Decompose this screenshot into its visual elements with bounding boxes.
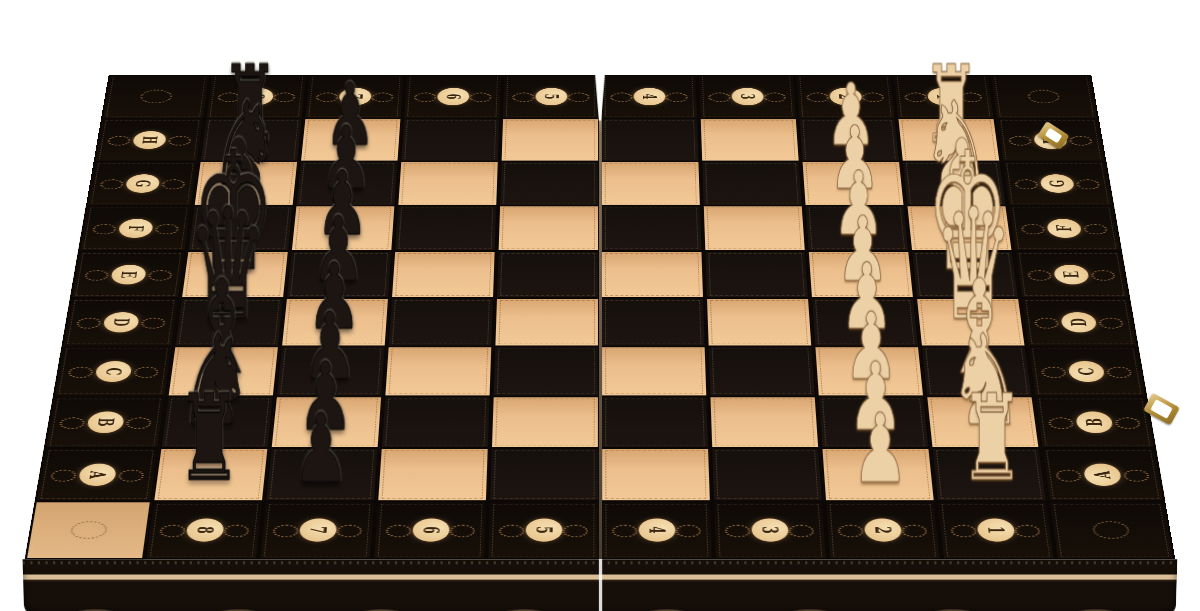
frame-cell-right: G bbox=[1001, 161, 1114, 205]
scroll-ornament-icon bbox=[675, 525, 701, 538]
frame-cell-top: 7 bbox=[303, 75, 405, 119]
scroll-ornament-icon bbox=[861, 93, 884, 103]
scroll-ornament-icon bbox=[1098, 317, 1124, 328]
scroll-ornament-icon bbox=[371, 93, 394, 103]
square-a2: ♟ bbox=[820, 448, 936, 501]
scroll-ornament-icon bbox=[562, 525, 588, 538]
frame-cell-right: E bbox=[1014, 251, 1130, 298]
frame-corner-top-left bbox=[101, 75, 211, 119]
box-front-seam bbox=[599, 559, 602, 611]
scroll-ornament-icon bbox=[449, 525, 475, 538]
scroll-ornament-icon bbox=[99, 179, 124, 189]
square-b3 bbox=[708, 396, 820, 448]
scroll-ornament-icon bbox=[1083, 224, 1108, 234]
square-a7: ♟ bbox=[264, 448, 380, 501]
rank-label-top-5: 5 bbox=[535, 88, 567, 105]
rank-label-top-7: 7 bbox=[338, 88, 371, 105]
square-c7: ♟ bbox=[275, 346, 387, 396]
scroll-ornament-icon bbox=[272, 93, 295, 103]
scroll-ornament-icon bbox=[336, 525, 363, 538]
rank-label-bottom-5: 5 bbox=[525, 518, 562, 541]
file-label-right-b: B bbox=[1075, 411, 1114, 433]
square-c3 bbox=[707, 346, 817, 396]
square-a6 bbox=[376, 448, 490, 501]
rank-label-top-1: 1 bbox=[926, 88, 960, 105]
frame-cell-left: E bbox=[70, 251, 186, 298]
frame-corner-bottom-left bbox=[25, 501, 152, 559]
file-label-right-g: G bbox=[1039, 174, 1075, 193]
square-a1: ♜ bbox=[930, 448, 1047, 501]
scroll-ornament-icon bbox=[1034, 317, 1060, 328]
scroll-ornament-icon bbox=[1014, 179, 1039, 189]
square-h8: ♜ bbox=[199, 119, 304, 162]
scroll-ornament-icon bbox=[76, 317, 102, 328]
square-h1: ♜ bbox=[897, 119, 1002, 162]
rank-label-bottom-3: 3 bbox=[751, 518, 789, 541]
frame-corner-top-right bbox=[989, 75, 1099, 119]
frame-cell-top: 8 bbox=[205, 75, 308, 119]
scroll-ornament-icon bbox=[217, 93, 241, 103]
frame-cell-left: D bbox=[62, 298, 180, 346]
scroll-ornament-icon bbox=[1076, 179, 1101, 189]
rank-label-bottom-7: 7 bbox=[298, 518, 337, 541]
scroll-ornament-icon bbox=[512, 93, 535, 103]
square-a8: ♜ bbox=[152, 448, 269, 501]
square-f5 bbox=[497, 206, 600, 252]
square-d7: ♟ bbox=[280, 298, 390, 346]
square-d8: ♛ bbox=[173, 298, 285, 346]
scroll-ornament-icon bbox=[107, 136, 131, 146]
square-c4 bbox=[600, 346, 708, 396]
scroll-ornament-icon bbox=[1041, 366, 1067, 377]
frame-cell-left: C bbox=[53, 346, 173, 396]
scroll-ornament-icon bbox=[1008, 136, 1032, 146]
piece-black-pawn-b7: ♟ bbox=[297, 350, 353, 444]
square-a5 bbox=[488, 448, 600, 501]
scroll-ornament-icon bbox=[665, 93, 688, 103]
file-label-left-g: G bbox=[125, 174, 161, 193]
piece-white-pawn-b2: ♟ bbox=[847, 350, 903, 444]
square-c2: ♟ bbox=[813, 346, 925, 396]
scroll-ornament-icon bbox=[567, 93, 589, 103]
file-label-right-f: F bbox=[1046, 219, 1082, 238]
scroll-ornament-icon bbox=[1106, 366, 1132, 377]
frame-cell-left: B bbox=[44, 396, 166, 448]
frame-cell-left: F bbox=[78, 206, 193, 252]
photo-scene: 87654321H♜♟♟♜HG♞♟♟♞GF♝♟♟♝FE♚♟♟♚ED♛♟♟♛DC♝… bbox=[0, 0, 1200, 611]
square-h4 bbox=[600, 119, 700, 162]
square-d4 bbox=[600, 298, 707, 346]
file-label-right-e: E bbox=[1053, 265, 1090, 285]
scroll-ornament-icon bbox=[140, 317, 166, 328]
scroll-ornament-icon bbox=[725, 525, 751, 538]
square-e8: ♚ bbox=[180, 251, 290, 298]
frame-cell-bottom: 2 bbox=[824, 501, 942, 559]
square-h6 bbox=[399, 119, 501, 162]
square-d5 bbox=[493, 298, 600, 346]
scroll-ornament-icon bbox=[950, 525, 977, 538]
scroll-ornament-icon bbox=[385, 525, 412, 538]
scroll-ornament-icon bbox=[159, 525, 186, 538]
square-c5 bbox=[492, 346, 600, 396]
scroll-ornament-icon bbox=[959, 93, 983, 103]
frame-cell-top: 2 bbox=[795, 75, 897, 119]
piece-white-bishop-c1: ♝ bbox=[943, 263, 1015, 393]
scroll-ornament-icon bbox=[414, 93, 437, 103]
file-label-left-d: D bbox=[102, 312, 139, 332]
chess-board: 87654321H♜♟♟♜HG♞♟♟♞GF♝♟♟♝FE♚♟♟♚ED♛♟♟♛DC♝… bbox=[25, 75, 1176, 559]
square-d1: ♛ bbox=[915, 298, 1027, 346]
file-label-right-c: C bbox=[1067, 361, 1105, 382]
scroll-ornament-icon bbox=[67, 366, 93, 377]
scroll-ornament-icon bbox=[469, 93, 492, 103]
file-label-left-e: E bbox=[110, 265, 147, 285]
frame-cell-left: A bbox=[35, 448, 160, 501]
scroll-ornament-icon bbox=[50, 469, 77, 481]
file-label-left-f: F bbox=[118, 219, 154, 238]
square-d2: ♟ bbox=[810, 298, 920, 346]
scroll-ornament-icon bbox=[59, 417, 86, 429]
scroll-ornament-icon bbox=[708, 93, 731, 103]
scroll-ornament-icon bbox=[118, 469, 145, 481]
square-b5 bbox=[490, 396, 600, 448]
square-e4 bbox=[600, 251, 705, 298]
file-label-left-h: H bbox=[132, 131, 167, 149]
square-g8: ♞ bbox=[193, 161, 299, 205]
square-h2: ♟ bbox=[798, 119, 901, 162]
frame-cell-right: C bbox=[1027, 346, 1147, 396]
square-f7: ♟ bbox=[290, 206, 397, 252]
scroll-ornament-icon bbox=[84, 270, 110, 281]
square-e6 bbox=[390, 251, 497, 298]
scroll-ornament-icon bbox=[1021, 224, 1046, 234]
frame-cell-top: 6 bbox=[402, 75, 502, 119]
frame-cell-top: 3 bbox=[697, 75, 797, 119]
square-e1: ♚ bbox=[910, 251, 1020, 298]
scroll-ornament-icon bbox=[168, 136, 192, 146]
frame-cell-left: H bbox=[94, 119, 205, 162]
frame-cell-top: 5 bbox=[501, 75, 600, 119]
scroll-ornament-icon bbox=[154, 224, 179, 234]
square-a4 bbox=[600, 448, 712, 501]
scroll-ornament-icon bbox=[499, 525, 525, 538]
square-e3 bbox=[703, 251, 810, 298]
scroll-ornament-icon bbox=[610, 93, 632, 103]
file-label-right-a: A bbox=[1083, 463, 1122, 485]
scroll-ornament-icon bbox=[161, 179, 186, 189]
piece-black-bishop-c8: ♝ bbox=[185, 263, 257, 393]
frame-cell-right: A bbox=[1041, 448, 1166, 501]
file-label-left-c: C bbox=[95, 361, 133, 382]
square-b2: ♟ bbox=[817, 396, 931, 448]
rank-label-top-6: 6 bbox=[436, 88, 469, 105]
scroll-ornament-icon bbox=[1069, 136, 1093, 146]
rank-label-top-3: 3 bbox=[731, 88, 764, 105]
square-g5 bbox=[498, 161, 600, 205]
scroll-ornament-icon bbox=[1027, 270, 1052, 281]
square-e7: ♟ bbox=[285, 251, 393, 298]
frame-cell-right: F bbox=[1007, 206, 1122, 252]
square-f2: ♟ bbox=[804, 206, 911, 252]
scroll-ornament-icon bbox=[148, 270, 173, 281]
scroll-ornament-icon bbox=[1090, 270, 1116, 281]
scroll-ornament-icon bbox=[92, 224, 117, 234]
square-d3 bbox=[705, 298, 813, 346]
frame-cell-bottom: 5 bbox=[486, 501, 600, 559]
square-c6 bbox=[383, 346, 493, 396]
square-g3 bbox=[700, 161, 803, 205]
square-f6 bbox=[393, 206, 498, 252]
scroll-ornament-icon bbox=[1055, 469, 1082, 481]
rank-label-bottom-1: 1 bbox=[976, 518, 1015, 541]
rank-label-bottom-4: 4 bbox=[638, 518, 675, 541]
square-h5 bbox=[500, 119, 600, 162]
frame-cell-bottom: 3 bbox=[712, 501, 828, 559]
square-b1: ♞ bbox=[925, 396, 1040, 448]
square-g6 bbox=[396, 161, 499, 205]
frame-corner-bottom-right bbox=[1048, 501, 1175, 559]
scroll-ornament-icon bbox=[901, 525, 928, 538]
square-e5 bbox=[495, 251, 600, 298]
box-front-panel bbox=[23, 559, 1178, 611]
scroll-ornament-icon bbox=[763, 93, 786, 103]
file-label-left-a: A bbox=[78, 463, 117, 485]
rank-label-top-4: 4 bbox=[633, 88, 665, 105]
frame-cell-right: B bbox=[1034, 396, 1156, 448]
square-b4 bbox=[600, 396, 710, 448]
scroll-ornament-icon bbox=[223, 525, 250, 538]
square-b8: ♞ bbox=[159, 396, 274, 448]
square-d6 bbox=[387, 298, 495, 346]
scroll-ornament-icon bbox=[837, 525, 864, 538]
frame-cell-bottom: 4 bbox=[600, 501, 714, 559]
frame-cell-bottom: 1 bbox=[936, 501, 1056, 559]
square-c1: ♝ bbox=[920, 346, 1034, 396]
rank-label-bottom-8: 8 bbox=[185, 518, 224, 541]
file-label-right-d: D bbox=[1060, 312, 1097, 332]
rank-label-top-2: 2 bbox=[829, 88, 862, 105]
scroll-ornament-icon bbox=[126, 417, 153, 429]
square-g7: ♟ bbox=[295, 161, 400, 205]
scroll-ornament-icon bbox=[315, 93, 338, 103]
scroll-ornament-icon bbox=[788, 525, 815, 538]
rank-label-bottom-6: 6 bbox=[412, 518, 450, 541]
square-c8: ♝ bbox=[166, 346, 280, 396]
square-a3 bbox=[710, 448, 824, 501]
square-f4 bbox=[600, 206, 703, 252]
square-e2: ♟ bbox=[807, 251, 915, 298]
square-g1: ♞ bbox=[901, 161, 1007, 205]
square-f3 bbox=[702, 206, 807, 252]
square-h7: ♟ bbox=[299, 119, 402, 162]
scroll-ornament-icon bbox=[612, 525, 638, 538]
frame-cell-bottom: 6 bbox=[372, 501, 488, 559]
frame-cell-right: D bbox=[1020, 298, 1138, 346]
square-f8: ♝ bbox=[186, 206, 294, 252]
scroll-ornament-icon bbox=[1123, 469, 1150, 481]
frame-cell-left: G bbox=[86, 161, 199, 205]
scroll-ornament-icon bbox=[1114, 417, 1141, 429]
frame-cell-top: 4 bbox=[600, 75, 699, 119]
frame-cell-top: 1 bbox=[892, 75, 995, 119]
square-g4 bbox=[600, 161, 702, 205]
scroll-ornament-icon bbox=[133, 366, 159, 377]
scroll-ornament-icon bbox=[272, 525, 299, 538]
square-b7: ♟ bbox=[270, 396, 384, 448]
square-g2: ♟ bbox=[801, 161, 906, 205]
frame-cell-bottom: 8 bbox=[144, 501, 264, 559]
square-b6 bbox=[380, 396, 492, 448]
scroll-ornament-icon bbox=[1048, 417, 1075, 429]
rank-label-top-8: 8 bbox=[240, 88, 274, 105]
scroll-ornament-icon bbox=[1014, 525, 1041, 538]
scroll-ornament-icon bbox=[806, 93, 829, 103]
rank-label-bottom-2: 2 bbox=[863, 518, 902, 541]
square-h3 bbox=[699, 119, 801, 162]
scroll-ornament-icon bbox=[904, 93, 927, 103]
square-f1: ♝ bbox=[905, 206, 1013, 252]
frame-cell-bottom: 7 bbox=[258, 501, 376, 559]
file-label-left-b: B bbox=[86, 411, 125, 433]
